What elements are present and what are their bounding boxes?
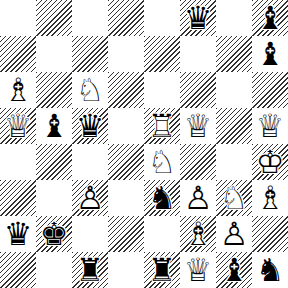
piece-glyph: ♙ [216, 216, 252, 252]
square-h4[interactable]: ♚♔ [252, 144, 288, 180]
square-h1[interactable]: ♞♞ [252, 252, 288, 288]
square-h8[interactable]: ♝♝ [252, 0, 288, 36]
piece-glyph: ♕ [0, 108, 36, 144]
piece-black-bishop[interactable]: ♝♝ [36, 108, 72, 144]
piece-glyph: ♜ [144, 252, 180, 288]
piece-glyph: ♔ [252, 144, 288, 180]
square-a8[interactable] [0, 0, 36, 36]
piece-glyph: ♗ [0, 72, 36, 108]
piece-glyph: ♞ [252, 252, 288, 288]
piece-black-bishop[interactable]: ♝♝ [252, 36, 288, 72]
piece-glyph: ♛ [72, 108, 108, 144]
piece-glyph: ♙ [72, 180, 108, 216]
piece-black-rook[interactable]: ♜♜ [144, 252, 180, 288]
piece-glyph: ♝ [252, 36, 288, 72]
square-a7[interactable] [0, 36, 36, 72]
square-h6[interactable] [252, 72, 288, 108]
piece-glyph: ♜ [72, 252, 108, 288]
square-h5[interactable]: ♛♕ [252, 108, 288, 144]
square-g4[interactable] [216, 144, 252, 180]
square-g7[interactable] [216, 36, 252, 72]
piece-white-king[interactable]: ♚♔ [252, 144, 288, 180]
square-a2[interactable]: ♛♛ [0, 216, 36, 252]
square-b7[interactable] [36, 36, 72, 72]
piece-black-queen[interactable]: ♛♛ [180, 0, 216, 36]
square-e6[interactable] [144, 72, 180, 108]
piece-glyph: ♛ [180, 0, 216, 36]
square-c4[interactable] [72, 144, 108, 180]
piece-black-rook[interactable]: ♜♜ [72, 252, 108, 288]
piece-glyph: ♝ [252, 0, 288, 36]
square-d4[interactable] [108, 144, 144, 180]
piece-glyph: ♕ [252, 108, 288, 144]
piece-white-pawn[interactable]: ♟♙ [180, 180, 216, 216]
square-h3[interactable]: ♝♗ [252, 180, 288, 216]
piece-black-knight[interactable]: ♞♞ [252, 252, 288, 288]
square-f4[interactable] [180, 144, 216, 180]
square-e7[interactable] [144, 36, 180, 72]
square-h2[interactable] [252, 216, 288, 252]
square-c2[interactable] [72, 216, 108, 252]
square-a4[interactable] [0, 144, 36, 180]
piece-white-queen[interactable]: ♛♕ [252, 108, 288, 144]
piece-white-bishop[interactable]: ♝♗ [252, 180, 288, 216]
square-b4[interactable] [36, 144, 72, 180]
square-e5[interactable]: ♜♖ [144, 108, 180, 144]
piece-white-knight[interactable]: ♞♘ [144, 144, 180, 180]
square-b1[interactable] [36, 252, 72, 288]
piece-black-king[interactable]: ♚♚ [36, 216, 72, 252]
piece-glyph: ♗ [180, 216, 216, 252]
piece-white-knight[interactable]: ♞♘ [72, 72, 108, 108]
piece-glyph: ♘ [216, 180, 252, 216]
piece-white-pawn[interactable]: ♟♙ [72, 180, 108, 216]
square-d6[interactable] [108, 72, 144, 108]
square-f1[interactable]: ♛♕ [180, 252, 216, 288]
square-h7[interactable]: ♝♝ [252, 36, 288, 72]
piece-glyph: ♕ [180, 252, 216, 288]
piece-black-queen[interactable]: ♛♛ [0, 216, 36, 252]
piece-glyph: ♗ [252, 180, 288, 216]
square-e4[interactable]: ♞♘ [144, 144, 180, 180]
square-c8[interactable] [72, 0, 108, 36]
square-g2[interactable]: ♟♙ [216, 216, 252, 252]
piece-white-queen[interactable]: ♛♕ [180, 108, 216, 144]
square-d5[interactable] [108, 108, 144, 144]
square-b8[interactable] [36, 0, 72, 36]
square-b6[interactable] [36, 72, 72, 108]
square-d2[interactable] [108, 216, 144, 252]
piece-white-rook[interactable]: ♜♖ [144, 108, 180, 144]
square-e8[interactable] [144, 0, 180, 36]
square-a6[interactable]: ♝♗ [0, 72, 36, 108]
square-f8[interactable]: ♛♛ [180, 0, 216, 36]
square-a3[interactable] [0, 180, 36, 216]
piece-glyph: ♘ [72, 72, 108, 108]
piece-white-queen[interactable]: ♛♕ [0, 108, 36, 144]
square-d7[interactable] [108, 36, 144, 72]
square-f3[interactable]: ♟♙ [180, 180, 216, 216]
square-g6[interactable] [216, 72, 252, 108]
piece-glyph: ♛ [0, 216, 36, 252]
square-g1[interactable]: ♝♝ [216, 252, 252, 288]
square-b5[interactable]: ♝♝ [36, 108, 72, 144]
piece-glyph: ♞ [144, 180, 180, 216]
piece-glyph: ♘ [144, 144, 180, 180]
piece-glyph: ♝ [216, 252, 252, 288]
square-c3[interactable]: ♟♙ [72, 180, 108, 216]
piece-glyph: ♚ [36, 216, 72, 252]
square-c7[interactable] [72, 36, 108, 72]
square-d8[interactable] [108, 0, 144, 36]
piece-black-queen[interactable]: ♛♛ [72, 108, 108, 144]
square-c5[interactable]: ♛♛ [72, 108, 108, 144]
square-a5[interactable]: ♛♕ [0, 108, 36, 144]
piece-white-knight[interactable]: ♞♘ [216, 180, 252, 216]
piece-white-bishop[interactable]: ♝♗ [0, 72, 36, 108]
square-e2[interactable] [144, 216, 180, 252]
piece-white-bishop[interactable]: ♝♗ [180, 216, 216, 252]
square-e1[interactable]: ♜♜ [144, 252, 180, 288]
piece-glyph: ♝ [36, 108, 72, 144]
square-g8[interactable] [216, 0, 252, 36]
piece-black-bishop[interactable]: ♝♝ [252, 0, 288, 36]
piece-glyph: ♙ [180, 180, 216, 216]
square-b2[interactable]: ♚♚ [36, 216, 72, 252]
square-g5[interactable] [216, 108, 252, 144]
square-f7[interactable] [180, 36, 216, 72]
square-d3[interactable] [108, 180, 144, 216]
piece-glyph: ♖ [144, 108, 180, 144]
piece-black-knight[interactable]: ♞♞ [144, 180, 180, 216]
piece-black-bishop[interactable]: ♝♝ [216, 252, 252, 288]
piece-glyph: ♕ [180, 108, 216, 144]
chess-board: ♛♛♝♝♝♝♝♗♞♘♛♕♝♝♛♛♜♖♛♕♛♕♞♘♚♔♟♙♞♞♟♙♞♘♝♗♛♛♚♚… [0, 0, 288, 288]
square-g3[interactable]: ♞♘ [216, 180, 252, 216]
square-c1[interactable]: ♜♜ [72, 252, 108, 288]
piece-white-queen[interactable]: ♛♕ [180, 252, 216, 288]
piece-white-pawn[interactable]: ♟♙ [216, 216, 252, 252]
square-d1[interactable] [108, 252, 144, 288]
square-c6[interactable]: ♞♘ [72, 72, 108, 108]
square-b3[interactable] [36, 180, 72, 216]
square-a1[interactable] [0, 252, 36, 288]
square-f2[interactable]: ♝♗ [180, 216, 216, 252]
square-e3[interactable]: ♞♞ [144, 180, 180, 216]
square-f6[interactable] [180, 72, 216, 108]
square-f5[interactable]: ♛♕ [180, 108, 216, 144]
